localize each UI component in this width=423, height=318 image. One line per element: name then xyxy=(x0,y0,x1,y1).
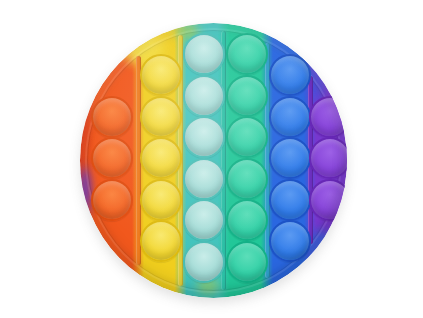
bubble-purple-r3[interactable] xyxy=(309,179,347,221)
bubble-blue-r5[interactable] xyxy=(269,220,311,262)
pop-it-toy xyxy=(80,23,347,298)
bubble-blue-r4[interactable] xyxy=(269,179,311,221)
bubble-yellow-r1[interactable] xyxy=(140,54,182,96)
bubble-light-cyan-r2[interactable] xyxy=(183,75,225,117)
bubble-yellow-r2[interactable] xyxy=(140,96,182,138)
bubble-purple-r1[interactable] xyxy=(309,96,347,138)
bubble-yellow-r3[interactable] xyxy=(140,137,182,179)
bubble-orange-r2[interactable] xyxy=(91,137,133,179)
bubble-purple-r2[interactable] xyxy=(309,137,347,179)
bubble-teal-green-r3[interactable] xyxy=(226,116,268,158)
bubble-teal-green-r6[interactable] xyxy=(226,241,268,283)
bubble-blue-r3[interactable] xyxy=(269,137,311,179)
bubble-teal-green-r1[interactable] xyxy=(226,33,268,75)
bubble-light-cyan-r1[interactable] xyxy=(183,33,225,75)
bubble-teal-green-r4[interactable] xyxy=(226,158,268,200)
bubble-orange-r3[interactable] xyxy=(91,179,133,221)
bubble-teal-green-r5[interactable] xyxy=(226,199,268,241)
bubble-teal-green-r2[interactable] xyxy=(226,75,268,117)
bubble-blue-r1[interactable] xyxy=(269,54,311,96)
photo-background xyxy=(0,0,423,318)
bubble-light-cyan-r6[interactable] xyxy=(183,241,225,283)
bubble-light-cyan-r5[interactable] xyxy=(183,199,225,241)
bubble-orange-r1[interactable] xyxy=(91,96,133,138)
bubble-yellow-r4[interactable] xyxy=(140,179,182,221)
bubble-light-cyan-r4[interactable] xyxy=(183,158,225,200)
bubble-yellow-r5[interactable] xyxy=(140,220,182,262)
bubble-light-cyan-r3[interactable] xyxy=(183,116,225,158)
bubble-blue-r2[interactable] xyxy=(269,96,311,138)
